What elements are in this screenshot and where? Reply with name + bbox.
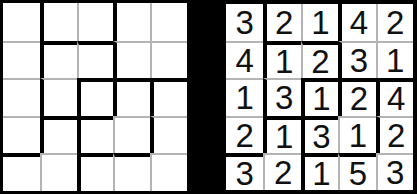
puzzle-cell-r1c5[interactable]	[150, 3, 187, 41]
solution-cell-r3c5: 4	[376, 78, 413, 115]
solution-cell-r4c3: 3	[301, 116, 338, 153]
solution-cell-r1c1: 3	[226, 4, 263, 41]
puzzle-cell-r3c5[interactable]	[150, 78, 187, 116]
puzzle-cell-r5c5[interactable]	[150, 153, 187, 191]
solution-cell-r4c4: 1	[338, 116, 375, 153]
puzzle-cell-r3c3[interactable]	[77, 78, 114, 116]
puzzle-cell-r2c3[interactable]	[77, 41, 114, 79]
puzzle-cell-r5c4[interactable]	[113, 153, 150, 191]
puzzle-cell-r2c5[interactable]	[150, 41, 187, 79]
solution-cell-r1c2: 2	[263, 4, 300, 41]
solution-cell-r1c5: 2	[376, 4, 413, 41]
puzzle-cell-r4c4[interactable]	[113, 116, 150, 154]
solution-cell-r4c5: 2	[376, 116, 413, 153]
solution-cell-r5c2: 2	[263, 153, 300, 190]
puzzle-cell-r2c1[interactable]	[3, 41, 40, 79]
puzzle-cell-r4c1[interactable]	[3, 116, 40, 154]
solution-cell-r5c5: 3	[376, 153, 413, 190]
solution-cell-r3c4: 2	[338, 78, 375, 115]
puzzle-cell-r5c3[interactable]	[77, 153, 114, 191]
puzzle-cell-r1c3[interactable]	[77, 3, 114, 41]
solution-cell-r4c2: 1	[263, 116, 300, 153]
separator-band	[190, 0, 222, 194]
puzzle-cell-r1c4[interactable]	[113, 3, 150, 41]
solution-cell-r5c1: 3	[226, 153, 263, 190]
puzzle-cell-r1c1[interactable]	[3, 3, 40, 41]
solution-cell-r2c2: 1	[263, 41, 300, 78]
solution-cell-r5c4: 5	[338, 153, 375, 190]
puzzle-cell-r5c2[interactable]	[40, 153, 77, 191]
solution-cell-r2c3: 2	[301, 41, 338, 78]
puzzle-cell-r2c2[interactable]	[40, 41, 77, 79]
solution-cell-r1c3: 1	[301, 4, 338, 41]
suguru-puzzle-diagram: 3214241231131242131232153	[0, 0, 417, 194]
solution-board: 3214241231131242131232153	[222, 0, 417, 194]
solution-cell-r1c4: 4	[338, 4, 375, 41]
solution-cell-r5c3: 1	[301, 153, 338, 190]
puzzle-cell-r3c4[interactable]	[113, 78, 150, 116]
puzzle-cell-r5c1[interactable]	[3, 153, 40, 191]
puzzle-cell-r4c3[interactable]	[77, 116, 114, 154]
solution-cell-r2c5: 1	[376, 41, 413, 78]
solution-cell-r3c3: 1	[301, 78, 338, 115]
solution-cell-r2c4: 3	[338, 41, 375, 78]
puzzle-cell-r2c4[interactable]	[113, 41, 150, 79]
solution-cell-r2c1: 4	[226, 41, 263, 78]
puzzle-board-empty	[0, 0, 190, 194]
puzzle-cell-r1c2[interactable]	[40, 3, 77, 41]
solution-cell-r3c1: 1	[226, 78, 263, 115]
puzzle-cell-r3c1[interactable]	[3, 78, 40, 116]
solution-cell-r4c1: 2	[226, 116, 263, 153]
solution-cell-r3c2: 3	[263, 78, 300, 115]
puzzle-cell-r4c2[interactable]	[40, 116, 77, 154]
puzzle-cell-r3c2[interactable]	[40, 78, 77, 116]
puzzle-cell-r4c5[interactable]	[150, 116, 187, 154]
